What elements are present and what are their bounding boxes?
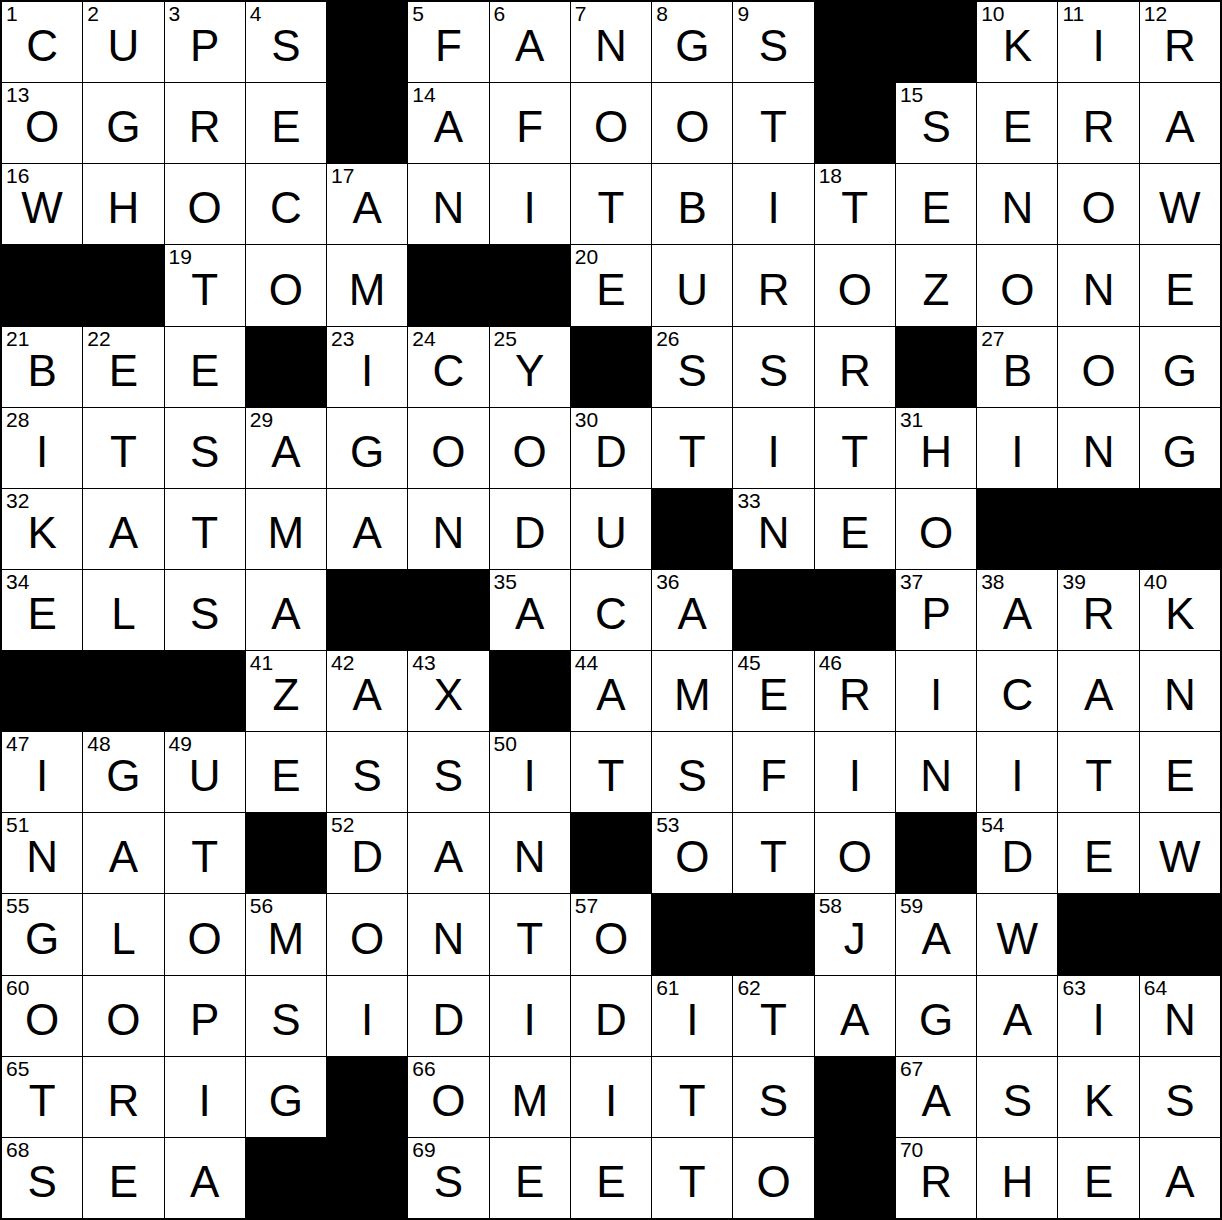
cell-r10c4[interactable]: E xyxy=(246,732,326,812)
cell-r13c12[interactable]: G xyxy=(896,976,976,1056)
cell-letter: G xyxy=(83,105,163,149)
block-cell-r4c2 xyxy=(83,245,163,325)
block-cell-r9c2 xyxy=(83,651,163,731)
cell-r7c8[interactable]: U xyxy=(571,489,651,569)
cell-r15c2[interactable]: E xyxy=(83,1138,163,1218)
cell-r1c1[interactable]: 1C xyxy=(2,2,82,82)
cell-r14c4[interactable]: G xyxy=(246,1057,326,1137)
cell-r2c2[interactable]: G xyxy=(83,83,163,163)
cell-letter: P xyxy=(165,24,245,68)
cell-letter: F xyxy=(408,24,488,68)
cell-r6c1[interactable]: 28I xyxy=(2,408,82,488)
cell-letter: L xyxy=(83,592,163,636)
cell-letter: Z xyxy=(896,268,976,312)
cell-r12c5[interactable]: O xyxy=(327,894,407,974)
cell-r3c8[interactable]: T xyxy=(571,164,651,244)
cell-r7c6[interactable]: N xyxy=(408,489,488,569)
cell-letter: T xyxy=(652,430,732,474)
cell-r12c12[interactable]: 59A xyxy=(896,894,976,974)
clue-number: 61 xyxy=(656,977,679,999)
cell-letter: T xyxy=(571,186,651,230)
cell-letter: M xyxy=(490,1079,570,1123)
cell-r1c14[interactable]: 11I xyxy=(1058,2,1138,82)
cell-r6c10[interactable]: I xyxy=(733,408,813,488)
cell-r2c9[interactable]: O xyxy=(652,83,732,163)
cell-r8c12[interactable]: 37P xyxy=(896,570,976,650)
cell-r1c7[interactable]: 6A xyxy=(490,2,570,82)
cell-r14c8[interactable]: I xyxy=(571,1057,651,1137)
cell-letter: K xyxy=(1058,1079,1138,1123)
cell-r5c2[interactable]: 22E xyxy=(83,327,163,407)
cell-letter: S xyxy=(733,349,813,393)
cell-r5c10[interactable]: S xyxy=(733,327,813,407)
cell-r11c6[interactable]: A xyxy=(408,813,488,893)
cell-r12c8[interactable]: 57O xyxy=(571,894,651,974)
cell-r5c15[interactable]: G xyxy=(1140,327,1220,407)
cell-letter: L xyxy=(83,917,163,961)
cell-r13c6[interactable]: D xyxy=(408,976,488,1056)
cell-r1c13[interactable]: 10K xyxy=(977,2,1057,82)
cell-r2c10[interactable]: T xyxy=(733,83,813,163)
cell-r5c6[interactable]: 24C xyxy=(408,327,488,407)
clue-number: 40 xyxy=(1144,571,1167,593)
cell-letter: E xyxy=(165,349,245,393)
cell-letter: G xyxy=(896,998,976,1042)
cell-letter: N xyxy=(408,186,488,230)
cell-r12c3[interactable]: O xyxy=(165,894,245,974)
cell-r12c1[interactable]: 55G xyxy=(2,894,82,974)
cell-r14c14[interactable]: K xyxy=(1058,1057,1138,1137)
cell-r11c13[interactable]: 54D xyxy=(977,813,1057,893)
cell-letter: I xyxy=(1058,24,1138,68)
cell-r3c15[interactable]: W xyxy=(1140,164,1220,244)
cell-r4c13[interactable]: O xyxy=(977,245,1057,325)
cell-r9c14[interactable]: A xyxy=(1058,651,1138,731)
cell-r15c12[interactable]: 70R xyxy=(896,1138,976,1218)
cell-r10c2[interactable]: 48G xyxy=(83,732,163,812)
cell-r15c7[interactable]: E xyxy=(490,1138,570,1218)
cell-r4c10[interactable]: R xyxy=(733,245,813,325)
cell-r15c1[interactable]: 68S xyxy=(2,1138,82,1218)
cell-r5c7[interactable]: 25Y xyxy=(490,327,570,407)
cell-r14c7[interactable]: M xyxy=(490,1057,570,1137)
cell-r15c9[interactable]: T xyxy=(652,1138,732,1218)
cell-letter: I xyxy=(977,430,1057,474)
clue-number: 15 xyxy=(900,84,923,106)
clue-number: 14 xyxy=(412,84,435,106)
cell-letter: O xyxy=(977,268,1057,312)
cell-r6c9[interactable]: T xyxy=(652,408,732,488)
cell-r9c5[interactable]: 42A xyxy=(327,651,407,731)
cell-letter: S xyxy=(733,24,813,68)
cell-r13c3[interactable]: P xyxy=(165,976,245,1056)
cell-r10c10[interactable]: F xyxy=(733,732,813,812)
cell-r6c2[interactable]: T xyxy=(83,408,163,488)
cell-r5c5[interactable]: 23I xyxy=(327,327,407,407)
cell-r13c13[interactable]: A xyxy=(977,976,1057,1056)
cell-letter: O xyxy=(815,835,895,879)
cell-r1c6[interactable]: 5F xyxy=(408,2,488,82)
cell-r5c13[interactable]: 27B xyxy=(977,327,1057,407)
cell-r7c12[interactable]: O xyxy=(896,489,976,569)
clue-number: 27 xyxy=(981,328,1004,350)
cell-r8c14[interactable]: 39R xyxy=(1058,570,1138,650)
cell-letter: E xyxy=(733,673,813,717)
cell-letter: A xyxy=(490,24,570,68)
cell-letter: J xyxy=(815,917,895,961)
clue-number: 68 xyxy=(6,1139,29,1161)
cell-r15c6[interactable]: 69S xyxy=(408,1138,488,1218)
cell-r10c12[interactable]: N xyxy=(896,732,976,812)
cell-letter: T xyxy=(733,105,813,149)
cell-r2c7[interactable]: F xyxy=(490,83,570,163)
cell-r11c14[interactable]: E xyxy=(1058,813,1138,893)
cell-r15c3[interactable]: A xyxy=(165,1138,245,1218)
cell-r6c4[interactable]: 29A xyxy=(246,408,326,488)
cell-r6c15[interactable]: G xyxy=(1140,408,1220,488)
cell-letter: A xyxy=(165,1160,245,1204)
cell-r13c15[interactable]: 64N xyxy=(1140,976,1220,1056)
clue-number: 28 xyxy=(6,409,29,431)
clue-number: 44 xyxy=(575,652,598,674)
cell-r14c2[interactable]: R xyxy=(83,1057,163,1137)
block-cell-r14c5 xyxy=(327,1057,407,1137)
cell-r9c9[interactable]: M xyxy=(652,651,732,731)
cell-r6c6[interactable]: O xyxy=(408,408,488,488)
cell-r10c15[interactable]: E xyxy=(1140,732,1220,812)
cell-r8c3[interactable]: S xyxy=(165,570,245,650)
cell-r1c10[interactable]: 9S xyxy=(733,2,813,82)
cell-letter: S xyxy=(246,24,326,68)
cell-r7c7[interactable]: D xyxy=(490,489,570,569)
cell-r10c5[interactable]: S xyxy=(327,732,407,812)
cell-r14c3[interactable]: I xyxy=(165,1057,245,1137)
block-cell-r12c14 xyxy=(1058,894,1138,974)
cell-r11c2[interactable]: A xyxy=(83,813,163,893)
cell-r13c9[interactable]: 61I xyxy=(652,976,732,1056)
cell-r10c3[interactable]: 49U xyxy=(165,732,245,812)
cell-r2c6[interactable]: 14A xyxy=(408,83,488,163)
cell-r6c11[interactable]: T xyxy=(815,408,895,488)
block-cell-r1c5 xyxy=(327,2,407,82)
block-cell-r5c4 xyxy=(246,327,326,407)
cell-r2c13[interactable]: E xyxy=(977,83,1057,163)
cell-r2c15[interactable]: A xyxy=(1140,83,1220,163)
cell-r12c4[interactable]: 56M xyxy=(246,894,326,974)
cell-r4c14[interactable]: N xyxy=(1058,245,1138,325)
cell-letter: Z xyxy=(246,673,326,717)
cell-r6c12[interactable]: 31H xyxy=(896,408,976,488)
cell-letter: N xyxy=(408,917,488,961)
cell-r2c14[interactable]: R xyxy=(1058,83,1138,163)
cell-letter: T xyxy=(165,835,245,879)
clue-number: 36 xyxy=(656,571,679,593)
cell-r8c8[interactable]: C xyxy=(571,570,651,650)
cell-r11c10[interactable]: T xyxy=(733,813,813,893)
cell-r3c7[interactable]: I xyxy=(490,164,570,244)
cell-r7c5[interactable]: A xyxy=(327,489,407,569)
cell-r3c13[interactable]: N xyxy=(977,164,1057,244)
cell-r7c11[interactable]: E xyxy=(815,489,895,569)
cell-r13c2[interactable]: O xyxy=(83,976,163,1056)
cell-r6c8[interactable]: 30D xyxy=(571,408,651,488)
cell-r11c7[interactable]: N xyxy=(490,813,570,893)
clue-number: 6 xyxy=(494,3,506,25)
cell-r5c1[interactable]: 21B xyxy=(2,327,82,407)
cell-r5c14[interactable]: O xyxy=(1058,327,1138,407)
cell-r12c11[interactable]: 58J xyxy=(815,894,895,974)
cell-r2c12[interactable]: 15S xyxy=(896,83,976,163)
cell-r8c15[interactable]: 40K xyxy=(1140,570,1220,650)
cell-r9c15[interactable]: N xyxy=(1140,651,1220,731)
cell-r4c3[interactable]: 19T xyxy=(165,245,245,325)
cell-r14c13[interactable]: S xyxy=(977,1057,1057,1137)
clue-number: 23 xyxy=(331,328,354,350)
cell-letter: R xyxy=(815,673,895,717)
cell-r13c14[interactable]: 63I xyxy=(1058,976,1138,1056)
cell-r5c3[interactable]: E xyxy=(165,327,245,407)
cell-letter: N xyxy=(977,186,1057,230)
cell-r4c11[interactable]: O xyxy=(815,245,895,325)
cell-letter: S xyxy=(408,1160,488,1204)
cell-r15c13[interactable]: H xyxy=(977,1138,1057,1218)
cell-r1c8[interactable]: 7N xyxy=(571,2,651,82)
cell-letter: N xyxy=(1058,430,1138,474)
cell-letter: R xyxy=(1140,24,1220,68)
cell-letter: A xyxy=(652,592,732,636)
block-cell-r15c11 xyxy=(815,1138,895,1218)
cell-letter: A xyxy=(327,186,407,230)
cell-r15c15[interactable]: A xyxy=(1140,1138,1220,1218)
cell-r4c12[interactable]: Z xyxy=(896,245,976,325)
cell-r9c4[interactable]: 41Z xyxy=(246,651,326,731)
cell-r9c8[interactable]: 44A xyxy=(571,651,651,731)
clue-number: 26 xyxy=(656,328,679,350)
cell-r15c10[interactable]: O xyxy=(733,1138,813,1218)
cell-r3c4[interactable]: C xyxy=(246,164,326,244)
cell-r3c6[interactable]: N xyxy=(408,164,488,244)
cell-letter: S xyxy=(327,754,407,798)
cell-r2c3[interactable]: R xyxy=(165,83,245,163)
cell-r14c6[interactable]: 66O xyxy=(408,1057,488,1137)
cell-letter: R xyxy=(733,268,813,312)
cell-r12c2[interactable]: L xyxy=(83,894,163,974)
cell-letter: S xyxy=(165,430,245,474)
cell-r12c6[interactable]: N xyxy=(408,894,488,974)
cell-r6c3[interactable]: S xyxy=(165,408,245,488)
cell-r7c1[interactable]: 32K xyxy=(2,489,82,569)
cell-r1c15[interactable]: 12R xyxy=(1140,2,1220,82)
cell-letter: U xyxy=(165,754,245,798)
cell-letter: I xyxy=(977,754,1057,798)
block-cell-r12c9 xyxy=(652,894,732,974)
cell-letter: G xyxy=(2,917,82,961)
cell-letter: B xyxy=(652,186,732,230)
cell-r6c14[interactable]: N xyxy=(1058,408,1138,488)
cell-r3c11[interactable]: 18T xyxy=(815,164,895,244)
cell-letter: T xyxy=(165,268,245,312)
cell-letter: B xyxy=(2,349,82,393)
cell-r4c4[interactable]: O xyxy=(246,245,326,325)
cell-r3c12[interactable]: E xyxy=(896,164,976,244)
clue-number: 18 xyxy=(819,165,842,187)
cell-r1c2[interactable]: 2U xyxy=(83,2,163,82)
cell-letter: I xyxy=(490,186,570,230)
cell-letter: A xyxy=(815,998,895,1042)
cell-letter: E xyxy=(815,511,895,555)
clue-number: 4 xyxy=(250,3,262,25)
cell-r11c5[interactable]: 52D xyxy=(327,813,407,893)
cell-r12c7[interactable]: T xyxy=(490,894,570,974)
cell-r3c3[interactable]: O xyxy=(165,164,245,244)
cell-r4c9[interactable]: U xyxy=(652,245,732,325)
cell-r13c11[interactable]: A xyxy=(815,976,895,1056)
cell-r12c13[interactable]: W xyxy=(977,894,1057,974)
cell-letter: O xyxy=(896,511,976,555)
cell-letter: A xyxy=(896,1079,976,1123)
cell-r1c9[interactable]: 8G xyxy=(652,2,732,82)
cell-r11c11[interactable]: O xyxy=(815,813,895,893)
cell-r13c5[interactable]: I xyxy=(327,976,407,1056)
cell-r8c7[interactable]: 35A xyxy=(490,570,570,650)
cell-letter: O xyxy=(571,105,651,149)
cell-r7c4[interactable]: M xyxy=(246,489,326,569)
cell-r14c1[interactable]: 65T xyxy=(2,1057,82,1137)
cell-letter: D xyxy=(571,998,651,1042)
cell-r14c12[interactable]: 67A xyxy=(896,1057,976,1137)
block-cell-r8c6 xyxy=(408,570,488,650)
cell-r13c1[interactable]: 60O xyxy=(2,976,82,1056)
cell-letter: S xyxy=(652,754,732,798)
cell-r4c15[interactable]: E xyxy=(1140,245,1220,325)
cell-letter: A xyxy=(327,673,407,717)
cell-r5c9[interactable]: 26S xyxy=(652,327,732,407)
cell-r8c4[interactable]: A xyxy=(246,570,326,650)
cell-letter: B xyxy=(977,349,1057,393)
cell-r3c10[interactable]: I xyxy=(733,164,813,244)
cell-r2c4[interactable]: E xyxy=(246,83,326,163)
cell-letter: U xyxy=(571,511,651,555)
cell-r8c9[interactable]: 36A xyxy=(652,570,732,650)
cell-letter: I xyxy=(733,430,813,474)
cell-r10c8[interactable]: T xyxy=(571,732,651,812)
cell-letter: G xyxy=(246,1079,326,1123)
cell-letter: K xyxy=(2,511,82,555)
block-cell-r5c12 xyxy=(896,327,976,407)
cell-r3c2[interactable]: H xyxy=(83,164,163,244)
cell-letter: R xyxy=(815,349,895,393)
cell-r9c13[interactable]: C xyxy=(977,651,1057,731)
cell-r10c9[interactable]: S xyxy=(652,732,732,812)
cell-r4c8[interactable]: 20E xyxy=(571,245,651,325)
cell-r11c9[interactable]: 53O xyxy=(652,813,732,893)
cell-r7c10[interactable]: 33N xyxy=(733,489,813,569)
cell-r15c14[interactable]: E xyxy=(1058,1138,1138,1218)
cell-r1c4[interactable]: 4S xyxy=(246,2,326,82)
cell-letter: I xyxy=(571,1079,651,1123)
cell-r13c10[interactable]: 62T xyxy=(733,976,813,1056)
cell-r6c13[interactable]: I xyxy=(977,408,1057,488)
cell-letter: T xyxy=(733,835,813,879)
cell-letter: T xyxy=(815,186,895,230)
cell-r9c6[interactable]: 43X xyxy=(408,651,488,731)
cell-letter: T xyxy=(652,1079,732,1123)
cell-r10c11[interactable]: I xyxy=(815,732,895,812)
cell-letter: R xyxy=(165,105,245,149)
cell-r10c14[interactable]: T xyxy=(1058,732,1138,812)
cell-r11c15[interactable]: W xyxy=(1140,813,1220,893)
cell-r2c1[interactable]: 13O xyxy=(2,83,82,163)
cell-letter: D xyxy=(571,430,651,474)
cell-r1c3[interactable]: 3P xyxy=(165,2,245,82)
cell-r10c1[interactable]: 47I xyxy=(2,732,82,812)
clue-number: 19 xyxy=(169,246,192,268)
cell-r11c3[interactable]: T xyxy=(165,813,245,893)
cell-r4c5[interactable]: M xyxy=(327,245,407,325)
clue-number: 17 xyxy=(331,165,354,187)
cell-letter: F xyxy=(733,754,813,798)
cell-r14c9[interactable]: T xyxy=(652,1057,732,1137)
cell-r13c7[interactable]: I xyxy=(490,976,570,1056)
cell-r14c10[interactable]: S xyxy=(733,1057,813,1137)
cell-r2c8[interactable]: O xyxy=(571,83,651,163)
block-cell-r11c12 xyxy=(896,813,976,893)
cell-r13c8[interactable]: D xyxy=(571,976,651,1056)
cell-letter: P xyxy=(165,998,245,1042)
cell-letter: P xyxy=(896,592,976,636)
cell-r5c11[interactable]: R xyxy=(815,327,895,407)
cell-letter: N xyxy=(1058,268,1138,312)
cell-r11c1[interactable]: 51N xyxy=(2,813,82,893)
cell-r13c4[interactable]: S xyxy=(246,976,326,1056)
cell-r10c13[interactable]: I xyxy=(977,732,1057,812)
cell-letter: A xyxy=(246,430,326,474)
cell-letter: G xyxy=(652,24,732,68)
cell-r3c9[interactable]: B xyxy=(652,164,732,244)
clue-number: 9 xyxy=(737,3,749,25)
clue-number: 3 xyxy=(169,3,181,25)
cell-r6c7[interactable]: O xyxy=(490,408,570,488)
cell-r6c5[interactable]: G xyxy=(327,408,407,488)
clue-number: 32 xyxy=(6,490,29,512)
cell-r14c15[interactable]: S xyxy=(1140,1057,1220,1137)
cell-r10c6[interactable]: S xyxy=(408,732,488,812)
cell-r7c3[interactable]: T xyxy=(165,489,245,569)
block-cell-r2c11 xyxy=(815,83,895,163)
cell-r9c11[interactable]: 46R xyxy=(815,651,895,731)
clue-number: 63 xyxy=(1062,977,1085,999)
cell-r15c8[interactable]: E xyxy=(571,1138,651,1218)
cell-r9c10[interactable]: 45E xyxy=(733,651,813,731)
cell-r3c5[interactable]: 17A xyxy=(327,164,407,244)
cell-letter: O xyxy=(733,1160,813,1204)
cell-letter: I xyxy=(896,673,976,717)
cell-letter: N xyxy=(408,511,488,555)
clue-number: 7 xyxy=(575,3,587,25)
cell-r3c1[interactable]: 16W xyxy=(2,164,82,244)
cell-r8c13[interactable]: 38A xyxy=(977,570,1057,650)
cell-r10c7[interactable]: 50I xyxy=(490,732,570,812)
cell-r3c14[interactable]: O xyxy=(1058,164,1138,244)
cell-r8c1[interactable]: 34E xyxy=(2,570,82,650)
cell-letter: M xyxy=(327,268,407,312)
clue-number: 43 xyxy=(412,652,435,674)
cell-letter: H xyxy=(977,1160,1057,1204)
cell-r7c2[interactable]: A xyxy=(83,489,163,569)
cell-r9c12[interactable]: I xyxy=(896,651,976,731)
cell-letter: G xyxy=(1140,349,1220,393)
cell-r8c2[interactable]: L xyxy=(83,570,163,650)
